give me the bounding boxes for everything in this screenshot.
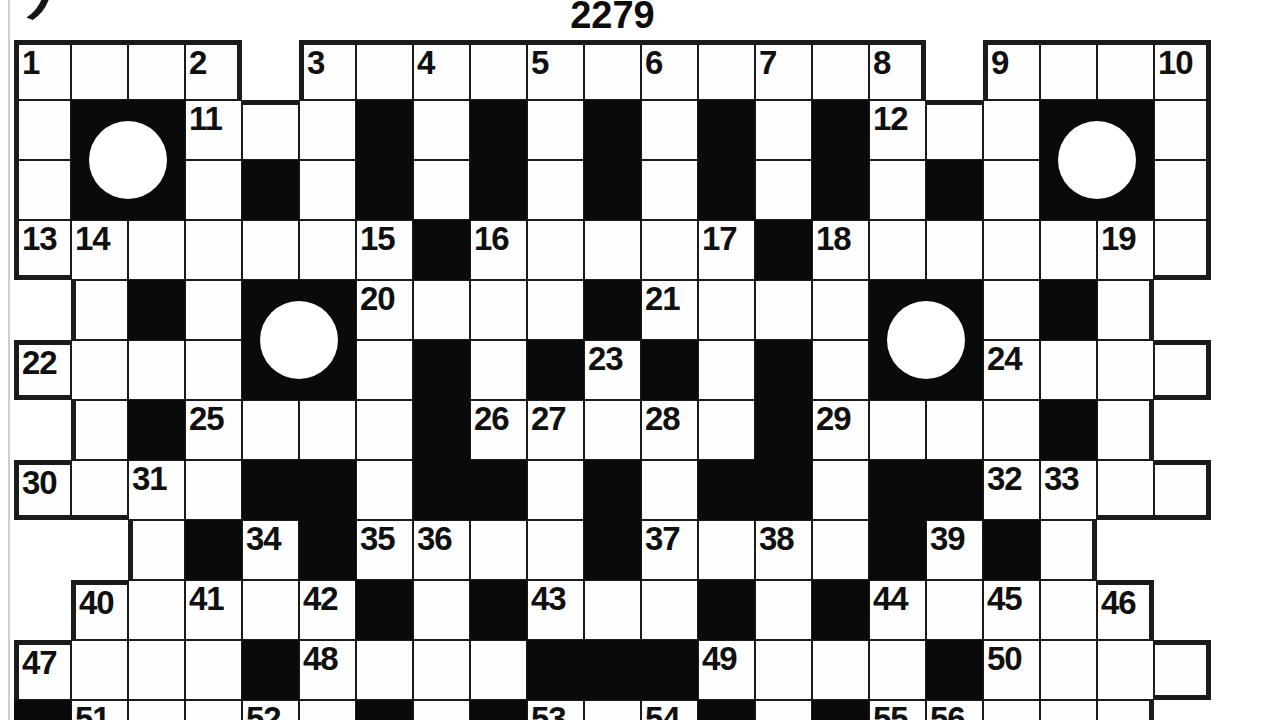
- cell-r8c21[interactable]: [1154, 460, 1211, 520]
- cell-r7c16[interactable]: [869, 400, 926, 460]
- black-cell-r3c13: [698, 160, 755, 220]
- cell-r10c3[interactable]: [128, 580, 185, 640]
- black-cell-r8c8: [413, 460, 470, 520]
- cell-r2c8[interactable]: [413, 100, 470, 160]
- cell-r12c8[interactable]: [413, 700, 470, 720]
- clue-number-33: 33: [1044, 462, 1079, 495]
- cell-r6c19[interactable]: [1040, 340, 1097, 400]
- cell-r1c9[interactable]: [470, 40, 527, 100]
- cell-r7c4[interactable]: 25: [185, 400, 242, 460]
- cell-r10c4[interactable]: 41: [185, 580, 242, 640]
- black-cell-r3c9: [470, 160, 527, 220]
- black-cell-r8c11: [584, 460, 641, 520]
- black-cell-r9c16: [869, 520, 926, 580]
- cell-r6c13[interactable]: [698, 340, 755, 400]
- clue-number-48: 48: [303, 642, 338, 675]
- black-cell-r10c13: [698, 580, 755, 640]
- clue-number-14: 14: [75, 222, 110, 255]
- cell-r11c20[interactable]: [1097, 640, 1154, 700]
- black-cell-r4c14: [755, 220, 812, 280]
- cell-r11c15[interactable]: [812, 640, 869, 700]
- black-cell-r3c11: [584, 160, 641, 220]
- void-r9c20: [1097, 520, 1154, 580]
- cell-r4c6[interactable]: [299, 220, 356, 280]
- cell-r6c11[interactable]: 23: [584, 340, 641, 400]
- black-cell-r11c11: [584, 640, 641, 700]
- cell-r12c12[interactable]: 54: [641, 700, 698, 720]
- black-cell-r7c14: [755, 400, 812, 460]
- cell-r9c5[interactable]: 34: [242, 520, 299, 580]
- cell-r4c10[interactable]: [527, 220, 584, 280]
- cell-r7c17[interactable]: [926, 400, 983, 460]
- cell-r3c10[interactable]: [527, 160, 584, 220]
- black-cell-r2c13: [698, 100, 755, 160]
- cell-r1c21[interactable]: 10: [1154, 40, 1211, 100]
- black-cell-r12c13: [698, 700, 755, 720]
- cell-r8c19[interactable]: 33: [1040, 460, 1097, 520]
- black-cell-r2c9: [470, 100, 527, 160]
- cell-r2c21[interactable]: [1154, 100, 1211, 160]
- cell-r12c16[interactable]: 55: [869, 700, 926, 720]
- black-cell-r9c6: [299, 520, 356, 580]
- cell-r11c19[interactable]: [1040, 640, 1097, 700]
- clue-number-6: 6: [645, 46, 662, 79]
- cell-r12c10[interactable]: 53: [527, 700, 584, 720]
- clue-number-41: 41: [189, 582, 224, 615]
- cell-r10c19[interactable]: [1040, 580, 1097, 640]
- black-cell-r7c19: [1040, 400, 1097, 460]
- clue-number-52: 52: [246, 702, 281, 720]
- cell-r4c1[interactable]: 13: [14, 220, 71, 280]
- void-r1c17: [926, 40, 983, 100]
- black-cell-r12c9: [470, 700, 527, 720]
- cell-r1c8[interactable]: 4: [413, 40, 470, 100]
- cell-r4c9[interactable]: 16: [470, 220, 527, 280]
- cell-r11c7[interactable]: [356, 640, 413, 700]
- clue-number-46: 46: [1101, 586, 1136, 619]
- clue-number-34: 34: [246, 522, 281, 555]
- black-cell-r11c17: [926, 640, 983, 700]
- black-cell-r4c8: [413, 220, 470, 280]
- cell-r5c4[interactable]: [185, 280, 242, 340]
- cell-r3c1[interactable]: [14, 160, 71, 220]
- cell-r7c20[interactable]: [1097, 400, 1154, 460]
- cell-r7c2[interactable]: [71, 400, 128, 460]
- cell-r7c11[interactable]: [584, 400, 641, 460]
- cell-r2c5[interactable]: [242, 100, 299, 160]
- cell-r10c5[interactable]: [242, 580, 299, 640]
- cell-r9c8[interactable]: 36: [413, 520, 470, 580]
- clue-number-24: 24: [987, 342, 1022, 375]
- black-cell-r3c7: [356, 160, 413, 220]
- cell-r2c16[interactable]: 12: [869, 100, 926, 160]
- cell-r5c2[interactable]: [71, 280, 128, 340]
- black-cell-r8c6: [299, 460, 356, 520]
- clue-number-38: 38: [759, 522, 794, 555]
- cell-r4c7[interactable]: 15: [356, 220, 413, 280]
- cell-r11c1[interactable]: 47: [14, 640, 71, 700]
- black-cell-r3c15: [812, 160, 869, 220]
- black-cell-r8c13: [698, 460, 755, 520]
- black-cell-r5c11: [584, 280, 641, 340]
- cell-r9c3[interactable]: [128, 520, 185, 580]
- cell-r4c16[interactable]: [869, 220, 926, 280]
- cell-r11c4[interactable]: [185, 640, 242, 700]
- cell-r1c13[interactable]: [698, 40, 755, 100]
- clue-number-2: 2: [189, 46, 206, 79]
- clue-number-7: 7: [759, 46, 776, 79]
- clue-number-12: 12: [873, 102, 908, 135]
- clue-number-54: 54: [645, 702, 680, 720]
- black-cell-r8c5: [242, 460, 299, 520]
- cell-r5c9[interactable]: [470, 280, 527, 340]
- cell-r8c1[interactable]: 30: [14, 460, 71, 520]
- clue-number-56: 56: [930, 702, 965, 720]
- clue-number-32: 32: [987, 462, 1022, 495]
- cell-r1c7[interactable]: [356, 40, 413, 100]
- clue-number-17: 17: [702, 222, 737, 255]
- cell-r12c14[interactable]: [755, 700, 812, 720]
- cell-r4c11[interactable]: [584, 220, 641, 280]
- black-cell-r11c12: [641, 640, 698, 700]
- void-r12c21: [1154, 700, 1211, 720]
- clue-number-40: 40: [79, 586, 114, 619]
- cell-r4c3[interactable]: [128, 220, 185, 280]
- cell-r9c7[interactable]: 35: [356, 520, 413, 580]
- cell-r11c21[interactable]: [1154, 640, 1211, 700]
- cell-r3c18[interactable]: [983, 160, 1040, 220]
- cell-r5c18[interactable]: [983, 280, 1040, 340]
- clue-number-44: 44: [873, 582, 908, 615]
- cell-r5c12[interactable]: 21: [641, 280, 698, 340]
- cell-r2c17[interactable]: [926, 100, 983, 160]
- cell-r9c9[interactable]: [470, 520, 527, 580]
- cell-r1c1[interactable]: 1: [14, 40, 71, 100]
- cell-r11c9[interactable]: [470, 640, 527, 700]
- circle-marker: [887, 301, 965, 379]
- cell-r2c14[interactable]: [755, 100, 812, 160]
- cell-r8c20[interactable]: [1097, 460, 1154, 520]
- circle-marker: [260, 301, 338, 379]
- cell-r12c19[interactable]: [1040, 700, 1097, 720]
- cell-r7c18[interactable]: [983, 400, 1040, 460]
- cell-r11c18[interactable]: 50: [983, 640, 1040, 700]
- cell-r5c15[interactable]: [812, 280, 869, 340]
- cell-r8c10[interactable]: [527, 460, 584, 520]
- black-cell-r8c17: [926, 460, 983, 520]
- clue-number-53: 53: [531, 702, 566, 720]
- black-cell-r9c11: [584, 520, 641, 580]
- cell-r6c15[interactable]: [812, 340, 869, 400]
- cell-r3c16[interactable]: [869, 160, 926, 220]
- void-r1c5: [242, 40, 299, 100]
- cell-r4c5[interactable]: [242, 220, 299, 280]
- cell-r2c6[interactable]: [299, 100, 356, 160]
- cell-r12c11[interactable]: [584, 700, 641, 720]
- crossword-board: 1234567891011121314151617181920212223242…: [14, 40, 1211, 720]
- cell-r5c20[interactable]: [1097, 280, 1154, 340]
- cell-r11c13[interactable]: 49: [698, 640, 755, 700]
- cell-r10c6[interactable]: 42: [299, 580, 356, 640]
- cell-r8c15[interactable]: [812, 460, 869, 520]
- cell-r9c12[interactable]: 37: [641, 520, 698, 580]
- cell-r12c3[interactable]: [128, 700, 185, 720]
- cell-r1c4[interactable]: 2: [185, 40, 242, 100]
- black-cell-r6c12: [641, 340, 698, 400]
- black-cell-r6c10: [527, 340, 584, 400]
- cell-r12c2[interactable]: 51: [71, 700, 128, 720]
- black-cell-r9c4: [185, 520, 242, 580]
- black-cell-r7c3: [128, 400, 185, 460]
- clue-number-37: 37: [645, 522, 680, 555]
- cell-r7c7[interactable]: [356, 400, 413, 460]
- clue-number-19: 19: [1101, 222, 1136, 255]
- clue-number-50: 50: [987, 642, 1022, 675]
- cell-r10c20[interactable]: 46: [1097, 580, 1154, 640]
- clue-number-42: 42: [303, 582, 338, 615]
- black-cell-r2c11: [584, 100, 641, 160]
- circle-marker: [89, 121, 167, 199]
- clue-number-47: 47: [22, 646, 57, 679]
- cell-r9c15[interactable]: [812, 520, 869, 580]
- cell-r1c18[interactable]: 9: [983, 40, 1040, 100]
- black-cell-r5c19: [1040, 280, 1097, 340]
- cell-r1c12[interactable]: 6: [641, 40, 698, 100]
- cell-r6c4[interactable]: [185, 340, 242, 400]
- cell-r7c12[interactable]: 28: [641, 400, 698, 460]
- cell-r1c11[interactable]: [584, 40, 641, 100]
- clue-number-20: 20: [360, 282, 395, 315]
- cell-r10c8[interactable]: [413, 580, 470, 640]
- cell-r6c3[interactable]: [128, 340, 185, 400]
- clue-number-23: 23: [588, 342, 623, 375]
- black-cell-r12c1: [14, 700, 71, 720]
- cell-r5c8[interactable]: [413, 280, 470, 340]
- clue-number-49: 49: [702, 642, 737, 675]
- cell-r3c4[interactable]: [185, 160, 242, 220]
- cell-r7c6[interactable]: [299, 400, 356, 460]
- black-cell-r12c15: [812, 700, 869, 720]
- cell-r2c4[interactable]: 11: [185, 100, 242, 160]
- black-cell-r3c17: [926, 160, 983, 220]
- clue-number-27: 27: [531, 402, 566, 435]
- black-cell-r11c10: [527, 640, 584, 700]
- page-edge-line: [8, 0, 10, 720]
- cell-r9c10[interactable]: [527, 520, 584, 580]
- black-cell-r5c3: [128, 280, 185, 340]
- cell-r4c17[interactable]: [926, 220, 983, 280]
- cell-r6c18[interactable]: 24: [983, 340, 1040, 400]
- cell-r1c10[interactable]: 5: [527, 40, 584, 100]
- cell-r6c7[interactable]: [356, 340, 413, 400]
- cell-r10c17[interactable]: [926, 580, 983, 640]
- black-cell-r8c16: [869, 460, 926, 520]
- cell-r10c11[interactable]: [584, 580, 641, 640]
- clue-number-16: 16: [474, 222, 509, 255]
- clue-number-39: 39: [930, 522, 965, 555]
- clue-number-55: 55: [873, 702, 908, 720]
- black-cell-r7c8: [413, 400, 470, 460]
- void-r5c21: [1154, 280, 1211, 340]
- cell-r6c1[interactable]: 22: [14, 340, 71, 400]
- black-cell-r3c5: [242, 160, 299, 220]
- black-cell-r10c15: [812, 580, 869, 640]
- cell-r5c7[interactable]: 20: [356, 280, 413, 340]
- clue-number-11: 11: [189, 102, 222, 135]
- cell-r12c18[interactable]: [983, 700, 1040, 720]
- cell-r10c14[interactable]: [755, 580, 812, 640]
- cell-r7c13[interactable]: [698, 400, 755, 460]
- puzzle-number-title: 2279: [14, 0, 1211, 35]
- cell-r11c2[interactable]: [71, 640, 128, 700]
- black-cell-r8c14: [755, 460, 812, 520]
- clue-number-8: 8: [873, 46, 890, 79]
- cell-r7c9[interactable]: 26: [470, 400, 527, 460]
- clue-number-26: 26: [474, 402, 509, 435]
- clue-number-35: 35: [360, 522, 395, 555]
- circle-marker: [1058, 121, 1136, 199]
- clue-number-1: 1: [22, 46, 39, 79]
- cell-r4c4[interactable]: [185, 220, 242, 280]
- void-r9c1: [14, 520, 71, 580]
- cell-r11c6[interactable]: 48: [299, 640, 356, 700]
- clue-number-45: 45: [987, 582, 1022, 615]
- black-cell-r2c15: [812, 100, 869, 160]
- void-r10c1: [14, 580, 71, 640]
- black-cell-r12c7: [356, 700, 413, 720]
- clue-number-36: 36: [417, 522, 452, 555]
- crossword-page: ) 2279 123456789101112131415161718192021…: [0, 0, 1280, 720]
- clue-number-4: 4: [417, 46, 434, 79]
- void-r10c21: [1154, 580, 1211, 640]
- cell-r6c20[interactable]: [1097, 340, 1154, 400]
- cell-r1c15[interactable]: [812, 40, 869, 100]
- cell-r8c2[interactable]: [71, 460, 128, 520]
- clue-number-10: 10: [1158, 46, 1193, 79]
- cell-r10c18[interactable]: 45: [983, 580, 1040, 640]
- cell-r2c18[interactable]: [983, 100, 1040, 160]
- black-cell-r6c8: [413, 340, 470, 400]
- cell-r4c2[interactable]: 14: [71, 220, 128, 280]
- clue-number-31: 31: [132, 462, 167, 495]
- cell-r4c21[interactable]: [1154, 220, 1211, 280]
- cell-r8c7[interactable]: [356, 460, 413, 520]
- cell-r5c13[interactable]: [698, 280, 755, 340]
- clue-number-13: 13: [22, 222, 57, 255]
- cell-r5c14[interactable]: [755, 280, 812, 340]
- cell-r12c5[interactable]: 52: [242, 700, 299, 720]
- black-cell-r10c9: [470, 580, 527, 640]
- cell-r11c14[interactable]: [755, 640, 812, 700]
- cell-r8c3[interactable]: 31: [128, 460, 185, 520]
- cell-r6c9[interactable]: [470, 340, 527, 400]
- void-r9c21: [1154, 520, 1211, 580]
- cell-r4c18[interactable]: [983, 220, 1040, 280]
- cell-r1c19[interactable]: [1040, 40, 1097, 100]
- cell-r8c12[interactable]: [641, 460, 698, 520]
- cell-r1c20[interactable]: [1097, 40, 1154, 100]
- cell-r9c13[interactable]: [698, 520, 755, 580]
- clue-number-15: 15: [360, 222, 395, 255]
- cell-r1c14[interactable]: 7: [755, 40, 812, 100]
- black-cell-r9c18: [983, 520, 1040, 580]
- void-r5c1: [14, 280, 71, 340]
- black-cell-r8c9: [470, 460, 527, 520]
- cell-r3c14[interactable]: [755, 160, 812, 220]
- cell-r4c12[interactable]: [641, 220, 698, 280]
- cell-r1c6[interactable]: 3: [299, 40, 356, 100]
- cell-r12c17[interactable]: 56: [926, 700, 983, 720]
- cell-r9c17[interactable]: 39: [926, 520, 983, 580]
- cell-r3c21[interactable]: [1154, 160, 1211, 220]
- cell-r10c12[interactable]: [641, 580, 698, 640]
- cell-r6c21[interactable]: [1154, 340, 1211, 400]
- cell-r2c12[interactable]: [641, 100, 698, 160]
- clue-number-21: 21: [645, 282, 680, 315]
- void-r9c2: [71, 520, 128, 580]
- cell-r2c1[interactable]: [14, 100, 71, 160]
- clue-number-22: 22: [22, 346, 57, 379]
- clue-number-51: 51: [75, 702, 110, 720]
- cell-r8c18[interactable]: 32: [983, 460, 1040, 520]
- cell-r8c4[interactable]: [185, 460, 242, 520]
- cell-r2c10[interactable]: [527, 100, 584, 160]
- cell-r12c6[interactable]: [299, 700, 356, 720]
- cell-r12c20[interactable]: [1097, 700, 1154, 720]
- cell-r7c10[interactable]: 27: [527, 400, 584, 460]
- clue-number-9: 9: [991, 46, 1008, 79]
- black-cell-r6c14: [755, 340, 812, 400]
- cell-r4c15[interactable]: 18: [812, 220, 869, 280]
- cell-r9c19[interactable]: [1040, 520, 1097, 580]
- cell-r7c15[interactable]: 29: [812, 400, 869, 460]
- cell-r3c6[interactable]: [299, 160, 356, 220]
- cell-r6c2[interactable]: [71, 340, 128, 400]
- clue-number-28: 28: [645, 402, 680, 435]
- cell-r4c19[interactable]: [1040, 220, 1097, 280]
- cell-r11c3[interactable]: [128, 640, 185, 700]
- clue-number-5: 5: [531, 46, 548, 79]
- cell-r3c8[interactable]: [413, 160, 470, 220]
- cell-r3c12[interactable]: [641, 160, 698, 220]
- cell-r1c16[interactable]: 8: [869, 40, 926, 100]
- clue-number-29: 29: [816, 402, 851, 435]
- black-cell-r2c7: [356, 100, 413, 160]
- clue-number-25: 25: [189, 402, 224, 435]
- cell-r7c5[interactable]: [242, 400, 299, 460]
- clue-number-18: 18: [816, 222, 851, 255]
- cell-r1c2[interactable]: [71, 40, 128, 100]
- cell-r4c20[interactable]: 19: [1097, 220, 1154, 280]
- cell-r10c2[interactable]: 40: [71, 580, 128, 640]
- cell-r1c3[interactable]: [128, 40, 185, 100]
- clue-number-43: 43: [531, 582, 566, 615]
- cell-r10c16[interactable]: 44: [869, 580, 926, 640]
- clue-number-3: 3: [307, 46, 324, 79]
- cell-r11c16[interactable]: [869, 640, 926, 700]
- black-cell-r10c7: [356, 580, 413, 640]
- black-cell-r11c5: [242, 640, 299, 700]
- void-r7c1: [14, 400, 71, 460]
- cell-r9c14[interactable]: 38: [755, 520, 812, 580]
- cell-r4c13[interactable]: 17: [698, 220, 755, 280]
- cell-r11c8[interactable]: [413, 640, 470, 700]
- cell-r10c10[interactable]: 43: [527, 580, 584, 640]
- cell-r5c10[interactable]: [527, 280, 584, 340]
- void-r7c21: [1154, 400, 1211, 460]
- cell-r12c4[interactable]: [185, 700, 242, 720]
- clue-number-30: 30: [22, 466, 57, 499]
